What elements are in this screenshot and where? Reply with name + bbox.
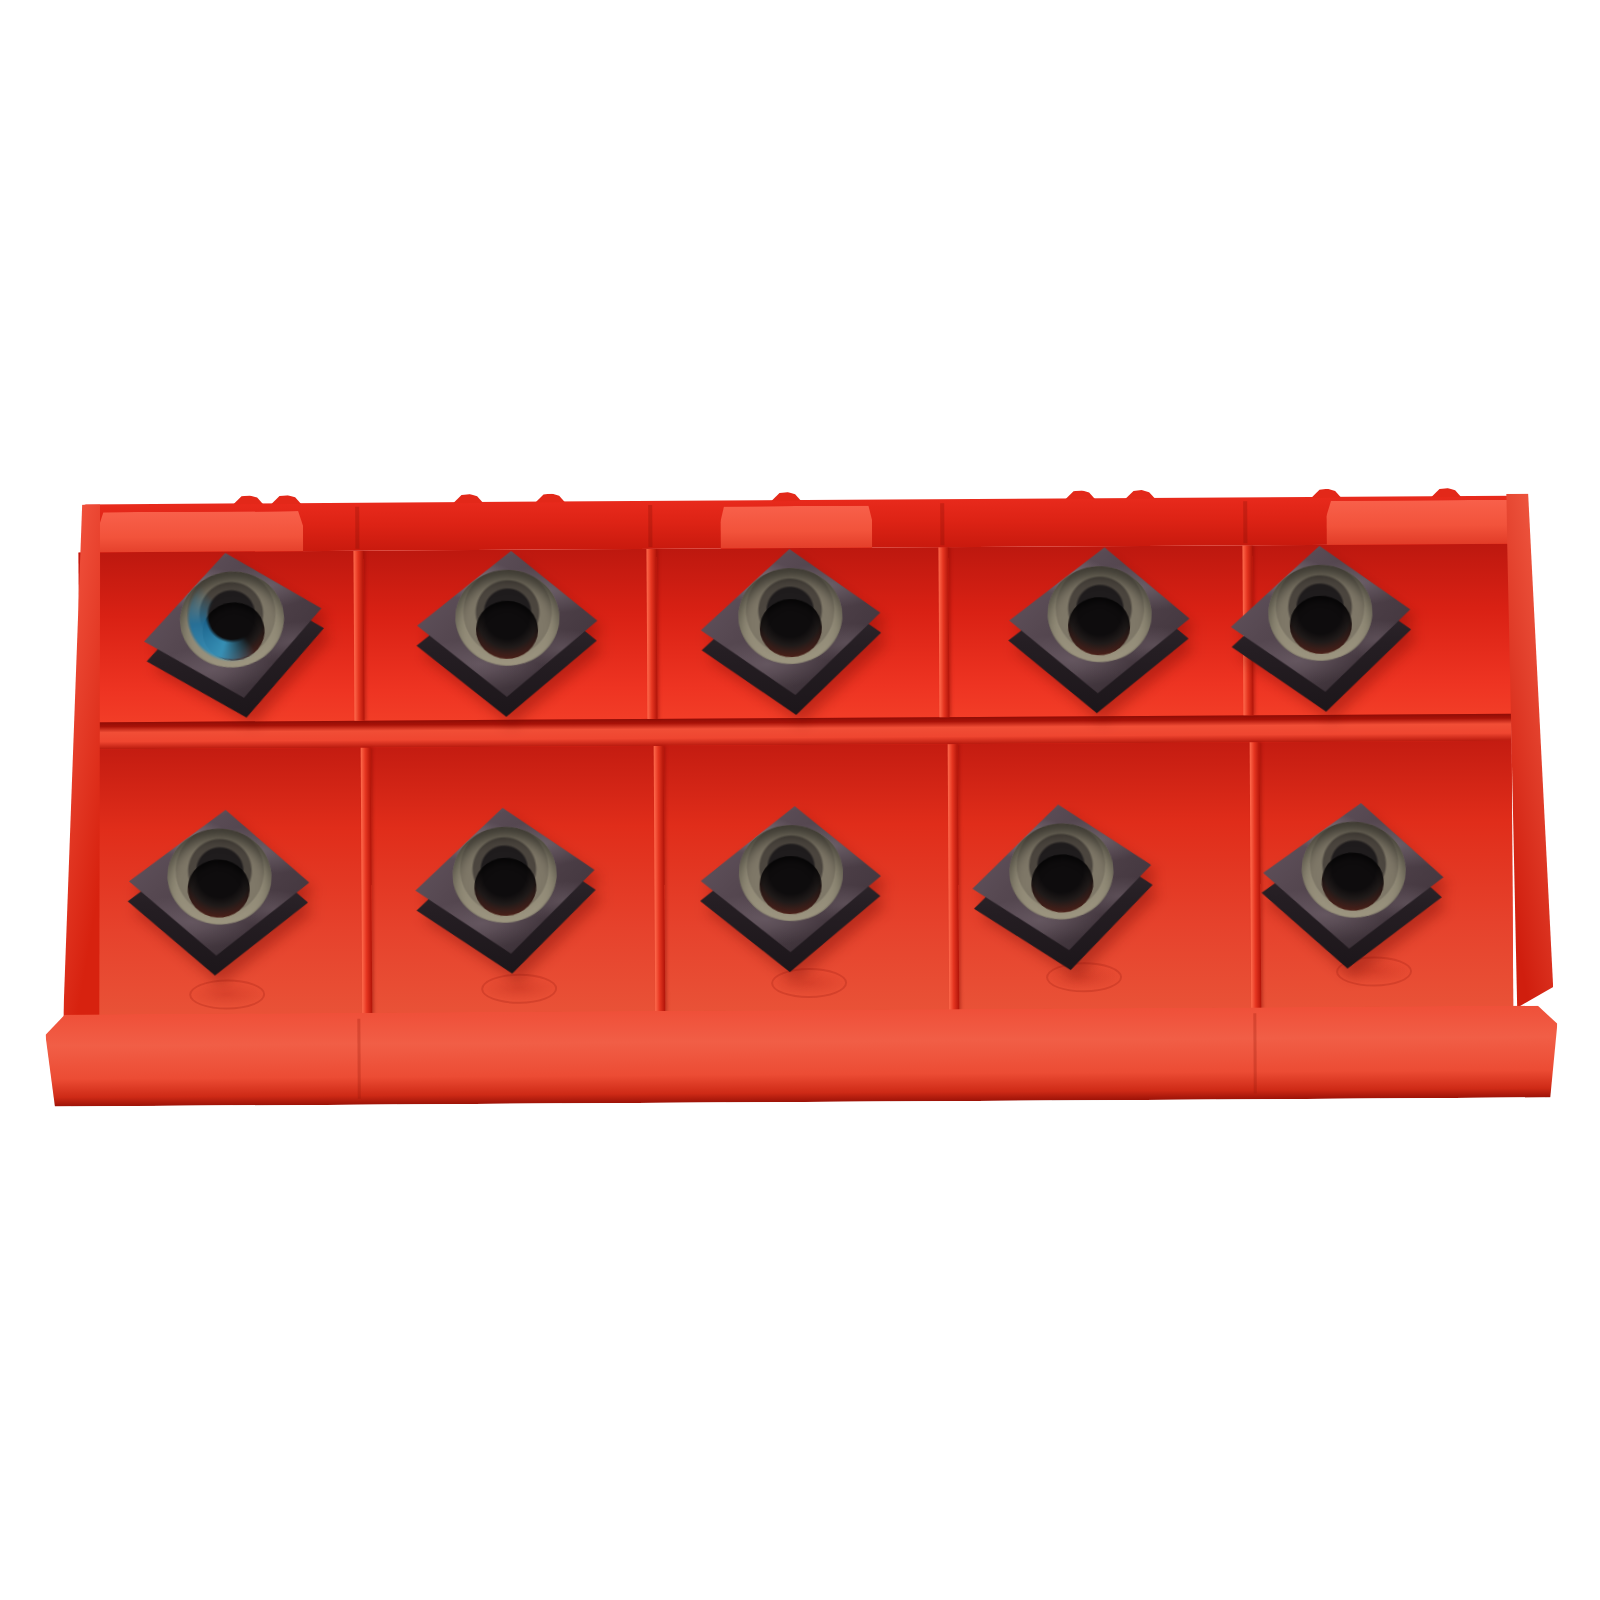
- tray-lip-seam: [1253, 1013, 1256, 1093]
- carbide-insert: [413, 546, 602, 719]
- tray-edge-bump: [1065, 490, 1095, 499]
- carbide-insert: [1226, 540, 1417, 715]
- tray-divider-vertical: [938, 547, 949, 717]
- tray-edge-bump: [1431, 488, 1461, 497]
- insert-tray: [58, 485, 1557, 1116]
- tray-divider-vertical: [948, 744, 960, 1011]
- tray-front-lip: [45, 1005, 1558, 1106]
- carbide-insert: [121, 802, 315, 981]
- tray-clip-tab: [1326, 500, 1522, 547]
- carbide-insert: [1003, 541, 1195, 717]
- tray-left-wall: [60, 504, 103, 1016]
- carbide-insert: [696, 801, 885, 974]
- tray-edge-bump: [1125, 490, 1155, 499]
- tray-wall-seam: [940, 503, 944, 545]
- carbide-insert: [132, 539, 336, 729]
- tray-divider-vertical: [1250, 742, 1262, 1009]
- carbide-insert: [696, 543, 887, 718]
- tray-edge-bump: [1311, 489, 1341, 498]
- carbide-insert: [964, 796, 1160, 977]
- carbide-insert: [409, 801, 603, 979]
- product-photo: [0, 0, 1600, 1600]
- tray-divider-vertical: [646, 549, 657, 719]
- carbide-insert: [1254, 793, 1451, 975]
- tray-edge-bump: [233, 495, 263, 504]
- tray-divider-vertical: [654, 746, 666, 1013]
- tray-edge-bump: [771, 492, 801, 501]
- tray-wall-seam: [648, 505, 652, 547]
- tray-right-wall: [1506, 493, 1553, 1007]
- tray-divider-vertical: [361, 748, 373, 1015]
- tray-wall-seam: [1243, 501, 1247, 543]
- tray-edge-bump: [271, 495, 301, 504]
- tray-edge-bump: [535, 493, 565, 502]
- tray-divider-vertical: [353, 551, 364, 721]
- tray-lip-seam: [357, 1019, 360, 1099]
- tray-edge-bump: [453, 494, 483, 503]
- tray-wall-seam: [355, 507, 359, 549]
